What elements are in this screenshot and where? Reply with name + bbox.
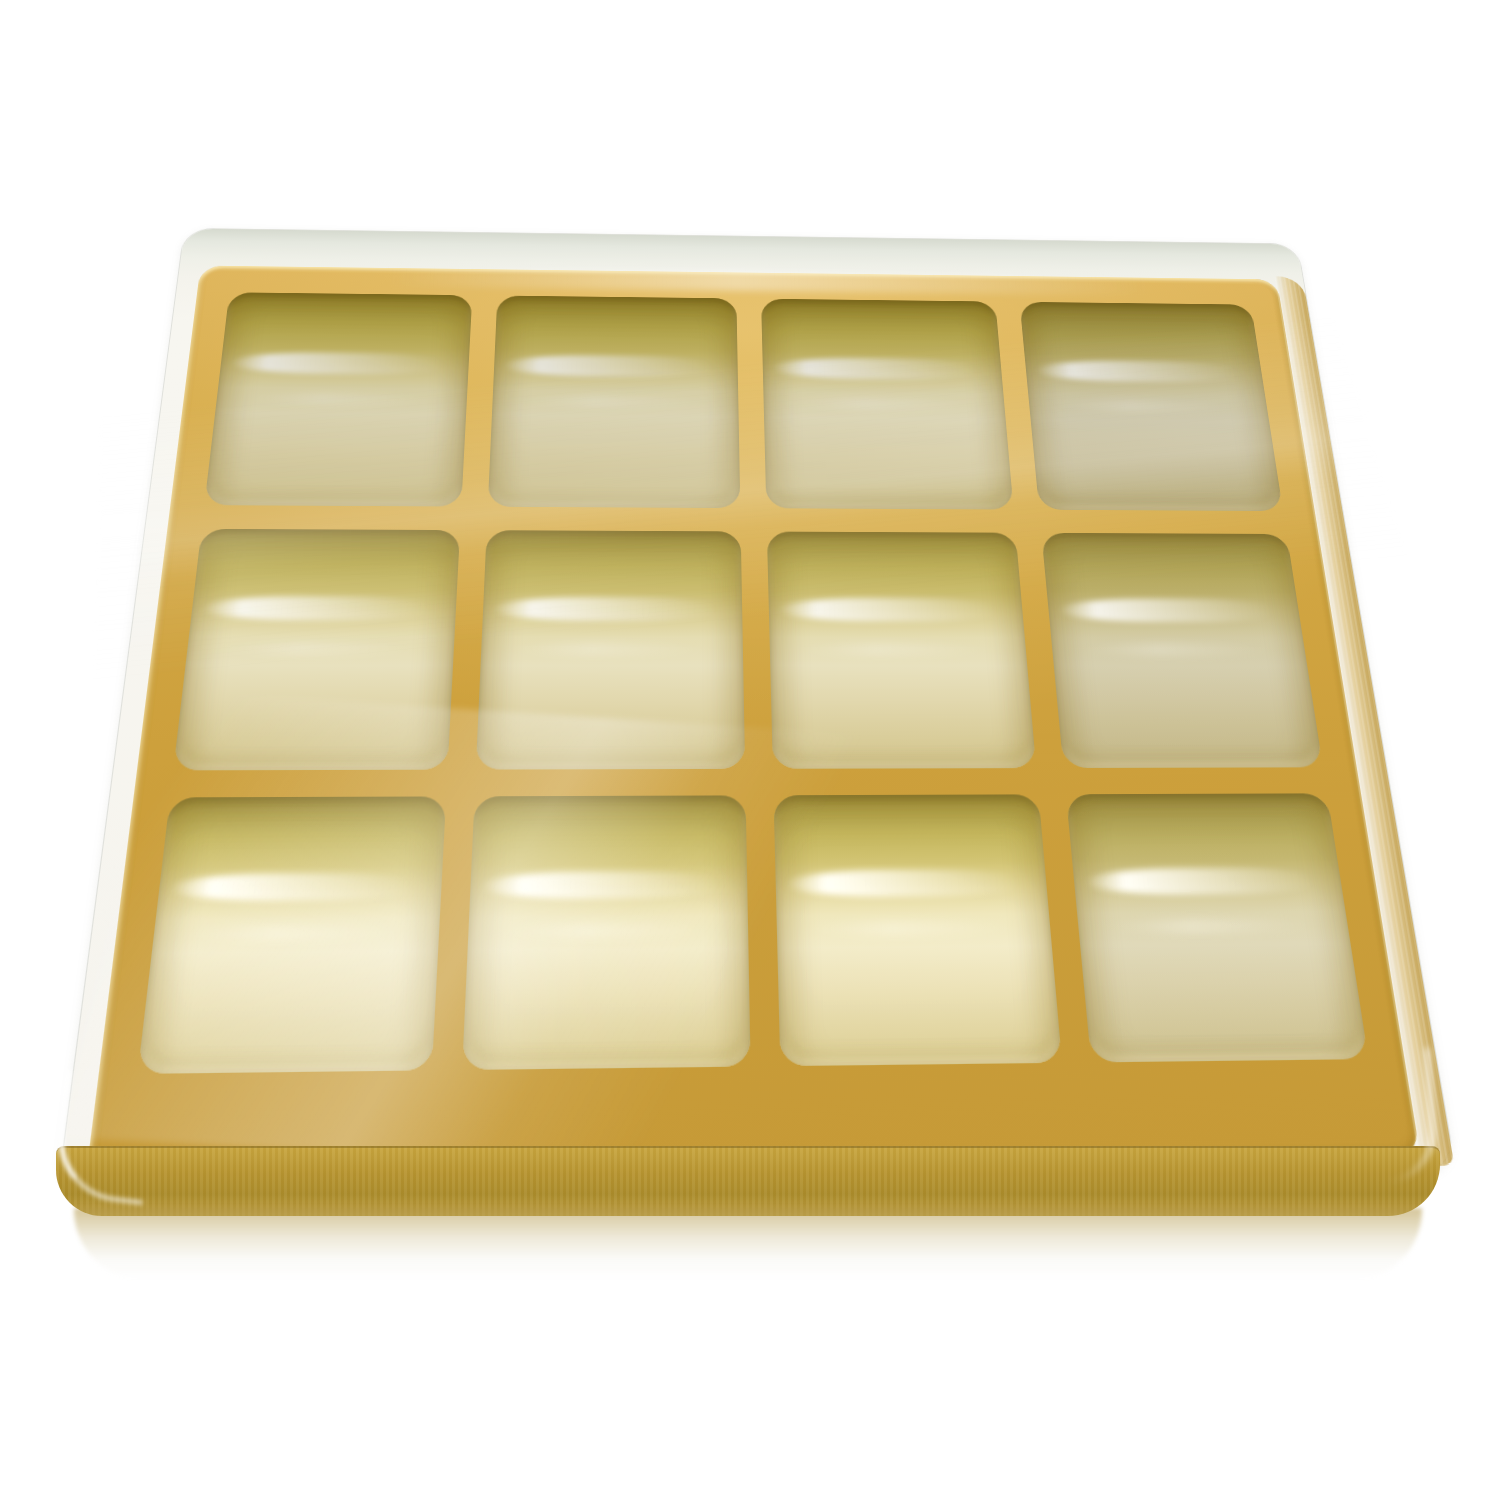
- tray-cavity: [204, 292, 472, 506]
- tray-cavity: [488, 296, 740, 509]
- tray-cavity: [766, 532, 1036, 769]
- lid-skirt-fade: [74, 1208, 1422, 1280]
- tray-cavity: [138, 796, 446, 1073]
- gold-tray-surface: [86, 266, 1421, 1178]
- tray-cavity: [1042, 533, 1324, 768]
- tray-cavity: [1066, 793, 1368, 1062]
- tray-cavity: [761, 299, 1014, 510]
- tray-cavity: [1020, 302, 1283, 511]
- tray-front-gold-band: [56, 1146, 1440, 1216]
- tray-3d-stage: [140, 150, 1380, 1160]
- tray-cavity: [773, 794, 1062, 1066]
- tray-cavity: [476, 530, 745, 769]
- tray-cavity: [462, 795, 750, 1070]
- tray-cavity: [173, 529, 460, 771]
- lid-and-tray-top: [58, 229, 1455, 1192]
- cavity-grid: [138, 292, 1369, 1074]
- product-photo: [0, 0, 1500, 1500]
